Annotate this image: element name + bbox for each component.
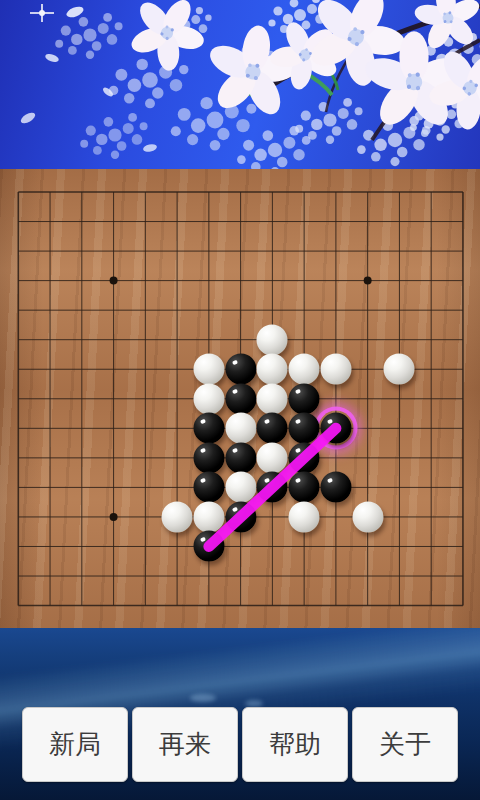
black-stone	[193, 531, 224, 562]
black-stone	[193, 413, 224, 444]
cherry-blossom-art	[0, 0, 480, 169]
black-stone	[289, 413, 320, 444]
white-stone	[193, 501, 224, 532]
black-stone	[320, 472, 351, 503]
black-stone	[320, 413, 351, 444]
white-stone	[225, 472, 256, 503]
white-stone	[257, 354, 288, 385]
white-stone	[225, 413, 256, 444]
white-stone	[257, 442, 288, 473]
about-button[interactable]: 关于	[352, 707, 458, 782]
header-artwork	[0, 0, 480, 169]
black-stone	[225, 442, 256, 473]
gomoku-board[interactable]	[0, 169, 480, 628]
black-stone	[289, 442, 320, 473]
white-stone	[384, 354, 415, 385]
white-stone	[257, 383, 288, 414]
black-stone	[225, 501, 256, 532]
black-stone	[257, 472, 288, 503]
new-game-button[interactable]: 新局	[22, 707, 128, 782]
help-button[interactable]: 帮助	[242, 707, 348, 782]
black-stone	[193, 442, 224, 473]
wallpaper-speck	[245, 700, 263, 707]
white-stone	[193, 383, 224, 414]
black-stone	[193, 472, 224, 503]
wallpaper-speck	[190, 694, 216, 702]
stones-layer	[0, 169, 480, 628]
black-stone	[289, 383, 320, 414]
white-stone	[193, 354, 224, 385]
white-stone	[257, 324, 288, 355]
black-stone	[225, 383, 256, 414]
menu-button-row: 新局 再来 帮助 关于	[0, 707, 480, 782]
white-stone	[352, 501, 383, 532]
black-stone	[289, 472, 320, 503]
black-stone	[225, 354, 256, 385]
app-screen: 新局 再来 帮助 关于	[0, 0, 480, 800]
retry-button[interactable]: 再来	[132, 707, 238, 782]
white-stone	[289, 354, 320, 385]
white-stone	[320, 354, 351, 385]
white-stone	[289, 501, 320, 532]
white-stone	[162, 501, 193, 532]
black-stone	[257, 413, 288, 444]
